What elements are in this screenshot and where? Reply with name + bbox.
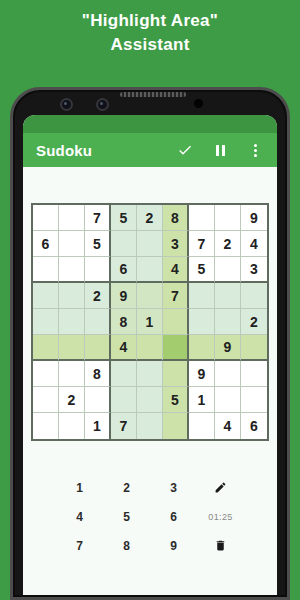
numpad-6[interactable]: 6 [150, 502, 197, 531]
screenshot-root: { "banner": { "line1": "\"Highlight Area… [0, 0, 300, 600]
board-row-2: 653724 [33, 231, 267, 257]
check-icon[interactable] [176, 141, 194, 159]
grid-cell-r9c3[interactable]: 1 [85, 413, 111, 439]
grid-cell-r4c5[interactable] [137, 283, 163, 309]
grid-cell-r1c3[interactable]: 7 [85, 205, 111, 231]
grid-cell-r3c2[interactable] [59, 257, 85, 283]
front-camera-icon [96, 98, 109, 111]
grid-cell-r3c6[interactable]: 4 [163, 257, 189, 283]
grid-cell-r7c2[interactable] [59, 361, 85, 387]
grid-cell-r4c7[interactable] [189, 283, 215, 309]
grid-cell-r3c1[interactable] [33, 257, 59, 283]
grid-cell-r8c6[interactable]: 5 [163, 387, 189, 413]
board-row-9: 1746 [33, 413, 267, 439]
grid-cell-r9c5[interactable] [137, 413, 163, 439]
grid-cell-r4c1[interactable] [33, 283, 59, 309]
grid-cell-r7c3[interactable]: 8 [85, 361, 111, 387]
numpad-7[interactable]: 7 [56, 531, 103, 560]
grid-cell-r3c4[interactable]: 6 [111, 257, 137, 283]
grid-cell-r8c2[interactable]: 2 [59, 387, 85, 413]
grid-cell-r5c7[interactable] [189, 309, 215, 335]
grid-cell-r7c7[interactable]: 9 [189, 361, 215, 387]
grid-cell-r2c7[interactable]: 7 [189, 231, 215, 257]
grid-cell-r4c2[interactable] [59, 283, 85, 309]
grid-cell-r8c1[interactable] [33, 387, 59, 413]
grid-cell-r9c2[interactable] [59, 413, 85, 439]
game-timer: 01:25 [197, 502, 244, 531]
grid-cell-r8c7[interactable]: 1 [189, 387, 215, 413]
front-camera-icon [60, 98, 73, 111]
board-row-3: 6453 [33, 257, 267, 283]
sudoku-board: 75289653724645329781249892511746 [31, 203, 269, 441]
board-row-1: 75289 [33, 205, 267, 231]
grid-cell-r2c9[interactable]: 4 [241, 231, 267, 257]
grid-cell-r7c9[interactable] [241, 361, 267, 387]
grid-cell-r8c3[interactable] [85, 387, 111, 413]
grid-cell-r2c5[interactable] [137, 231, 163, 257]
grid-cell-r8c5[interactable] [137, 387, 163, 413]
grid-cell-r3c7[interactable]: 5 [189, 257, 215, 283]
grid-cell-r1c7[interactable] [189, 205, 215, 231]
grid-cell-r3c5[interactable] [137, 257, 163, 283]
board-row-4: 297 [33, 283, 267, 309]
numpad-4[interactable]: 4 [56, 502, 103, 531]
grid-cell-r2c3[interactable]: 5 [85, 231, 111, 257]
grid-cell-r5c5[interactable]: 1 [137, 309, 163, 335]
grid-cell-r6c7[interactable] [189, 335, 215, 361]
phone-frame: Sudoku 75289653724645329781249892511746 … [10, 87, 290, 600]
grid-cell-r5c1[interactable] [33, 309, 59, 335]
grid-cell-r1c1[interactable] [33, 205, 59, 231]
grid-cell-r9c4[interactable]: 7 [111, 413, 137, 439]
grid-cell-r5c9[interactable]: 2 [241, 309, 267, 335]
numpad-3[interactable]: 3 [150, 473, 197, 502]
grid-cell-r7c5[interactable] [137, 361, 163, 387]
grid-cell-r6c6[interactable] [163, 335, 189, 361]
grid-cell-r1c5[interactable]: 2 [137, 205, 163, 231]
board-row-8: 251 [33, 387, 267, 413]
grid-cell-r6c1[interactable] [33, 335, 59, 361]
grid-cell-r7c8[interactable] [215, 361, 241, 387]
board-row-6: 49 [33, 335, 267, 361]
grid-cell-r7c6[interactable] [163, 361, 189, 387]
phone-screen: Sudoku 75289653724645329781249892511746 … [23, 115, 277, 595]
grid-cell-r6c4[interactable]: 4 [111, 335, 137, 361]
grid-cell-r4c4[interactable]: 9 [111, 283, 137, 309]
grid-cell-r2c1[interactable]: 6 [33, 231, 59, 257]
pause-icon[interactable] [211, 141, 229, 159]
grid-cell-r6c2[interactable] [59, 335, 85, 361]
grid-cell-r5c8[interactable] [215, 309, 241, 335]
grid-cell-r5c6[interactable] [163, 309, 189, 335]
board-row-5: 812 [33, 309, 267, 335]
grid-cell-r6c8[interactable]: 9 [215, 335, 241, 361]
grid-cell-r9c9[interactable]: 6 [241, 413, 267, 439]
grid-cell-r3c8[interactable] [215, 257, 241, 283]
grid-cell-r3c9[interactable]: 3 [241, 257, 267, 283]
board-row-7: 89 [33, 361, 267, 387]
grid-cell-r9c1[interactable] [33, 413, 59, 439]
app-bar-actions [176, 141, 264, 159]
grid-cell-r5c3[interactable] [85, 309, 111, 335]
banner-title-line2: Assistant [0, 33, 300, 57]
grid-cell-r3c3[interactable] [85, 257, 111, 283]
grid-cell-r9c8[interactable]: 4 [215, 413, 241, 439]
numpad-9[interactable]: 9 [150, 531, 197, 560]
numpad-1[interactable]: 1 [56, 473, 103, 502]
grid-cell-r7c1[interactable] [33, 361, 59, 387]
grid-cell-r4c9[interactable] [241, 283, 267, 309]
grid-cell-r8c9[interactable] [241, 387, 267, 413]
grid-cell-r6c9[interactable] [241, 335, 267, 361]
grid-cell-r2c6[interactable]: 3 [163, 231, 189, 257]
banner-title-line1: "Highlight Area" [0, 9, 300, 33]
grid-cell-r4c6[interactable]: 7 [163, 283, 189, 309]
grid-cell-r1c9[interactable]: 9 [241, 205, 267, 231]
sensor-dot [194, 99, 203, 108]
overflow-menu-icon[interactable] [246, 141, 264, 159]
grid-cell-r9c7[interactable] [189, 413, 215, 439]
grid-cell-r2c2[interactable] [59, 231, 85, 257]
numpad-5[interactable]: 5 [103, 502, 150, 531]
grid-cell-r4c8[interactable] [215, 283, 241, 309]
trash-icon[interactable] [197, 531, 244, 560]
grid-cell-r2c8[interactable]: 2 [215, 231, 241, 257]
grid-cell-r8c8[interactable] [215, 387, 241, 413]
numpad-2[interactable]: 2 [103, 473, 150, 502]
number-pad: 1 2 3 4 5 6 01:25 7 8 9 [56, 473, 244, 560]
app-bar: Sudoku [23, 133, 277, 167]
app-title: Sudoku [36, 142, 176, 159]
grid-cell-r1c6[interactable]: 8 [163, 205, 189, 231]
grid-cell-r4c3[interactable]: 2 [85, 283, 111, 309]
numpad-8[interactable]: 8 [103, 531, 150, 560]
grid-cell-r6c5[interactable] [137, 335, 163, 361]
grid-cell-r1c2[interactable] [59, 205, 85, 231]
status-bar [23, 115, 277, 133]
grid-cell-r1c4[interactable]: 5 [111, 205, 137, 231]
pencil-icon[interactable] [197, 473, 244, 502]
grid-cell-r1c8[interactable] [215, 205, 241, 231]
grid-cell-r9c6[interactable] [163, 413, 189, 439]
grid-cell-r2c4[interactable] [111, 231, 137, 257]
grid-cell-r5c2[interactable] [59, 309, 85, 335]
grid-cell-r6c3[interactable] [85, 335, 111, 361]
earpiece-speaker [120, 92, 186, 97]
grid-cell-r8c4[interactable] [111, 387, 137, 413]
grid-cell-r7c4[interactable] [111, 361, 137, 387]
grid-cell-r5c4[interactable]: 8 [111, 309, 137, 335]
banner-title: "Highlight Area" Assistant [0, 9, 300, 57]
